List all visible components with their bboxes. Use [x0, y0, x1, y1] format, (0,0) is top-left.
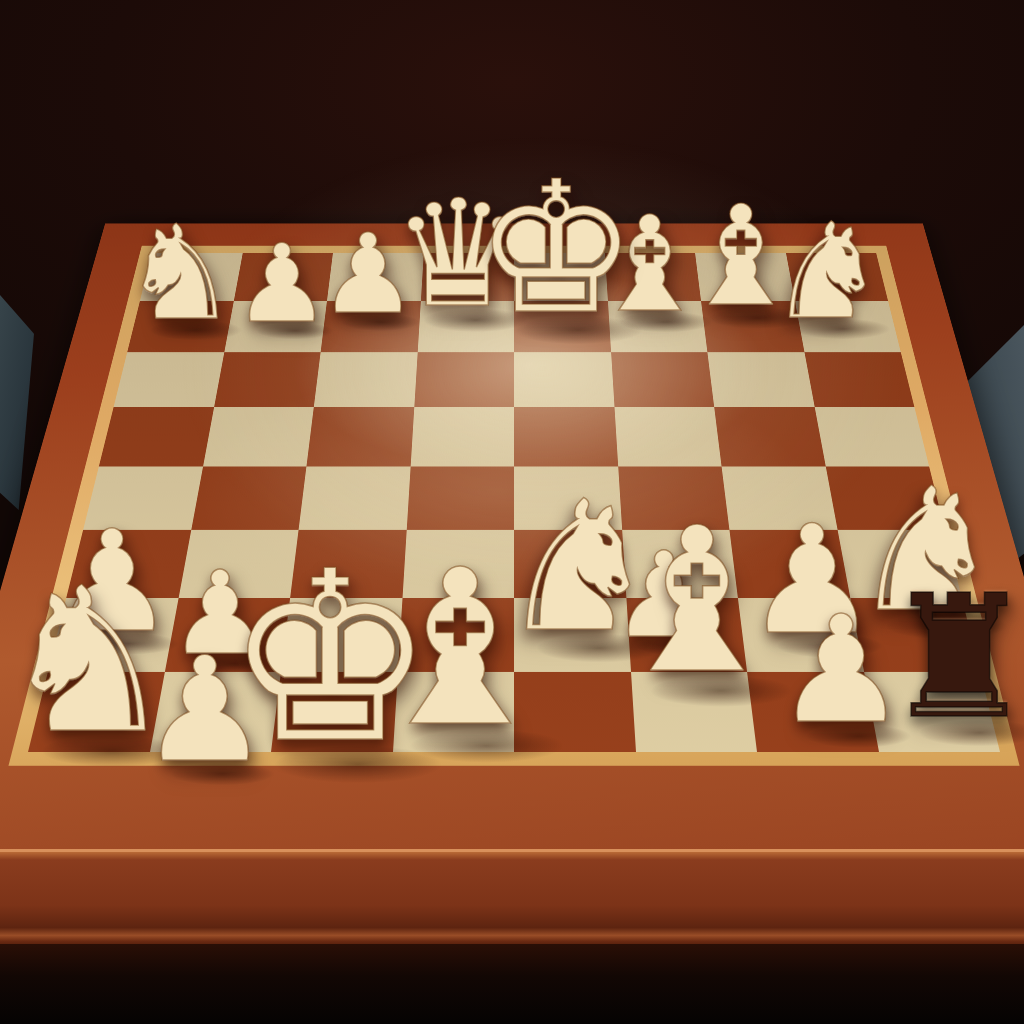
table-surface-left: [0, 295, 34, 510]
square-b5: [203, 407, 314, 466]
square-b4: [191, 466, 307, 529]
piece-light-pawn-b1: ♟: [140, 637, 270, 782]
square-a6: [114, 352, 224, 407]
piece-light-king-e8: ♚: [474, 157, 637, 339]
square-d6: [414, 352, 514, 407]
piece-light-pawn-g1: ♟: [775, 596, 908, 744]
piece-light-knight-a8: ♞: [122, 208, 239, 338]
square-c4: [299, 466, 411, 529]
chess-photo-scene: ♞♟♟♛♚♝♝♞♟♟♞♟♟♞♞♟♚♝♝♟♜: [0, 0, 1024, 1024]
square-g5: [714, 407, 825, 466]
piece-light-pawn-b8: ♟: [234, 230, 331, 338]
square-b6: [214, 352, 321, 407]
piece-light-bishop-f1: ♝: [607, 501, 786, 701]
board-front-edge: [0, 849, 1024, 949]
square-f5: [614, 407, 721, 466]
piece-light-pawn-c8: ♟: [319, 219, 418, 329]
square-e6: [514, 352, 614, 407]
square-a5: [99, 407, 214, 466]
square-c6: [314, 352, 418, 407]
square-g6: [707, 352, 814, 407]
square-h6: [804, 352, 914, 407]
square-e5: [514, 407, 618, 466]
foreground-shadow: [0, 944, 1024, 1024]
square-d5: [410, 407, 514, 466]
square-f6: [611, 352, 715, 407]
piece-light-knight-h8: ♞: [768, 205, 886, 337]
square-c5: [306, 407, 413, 466]
